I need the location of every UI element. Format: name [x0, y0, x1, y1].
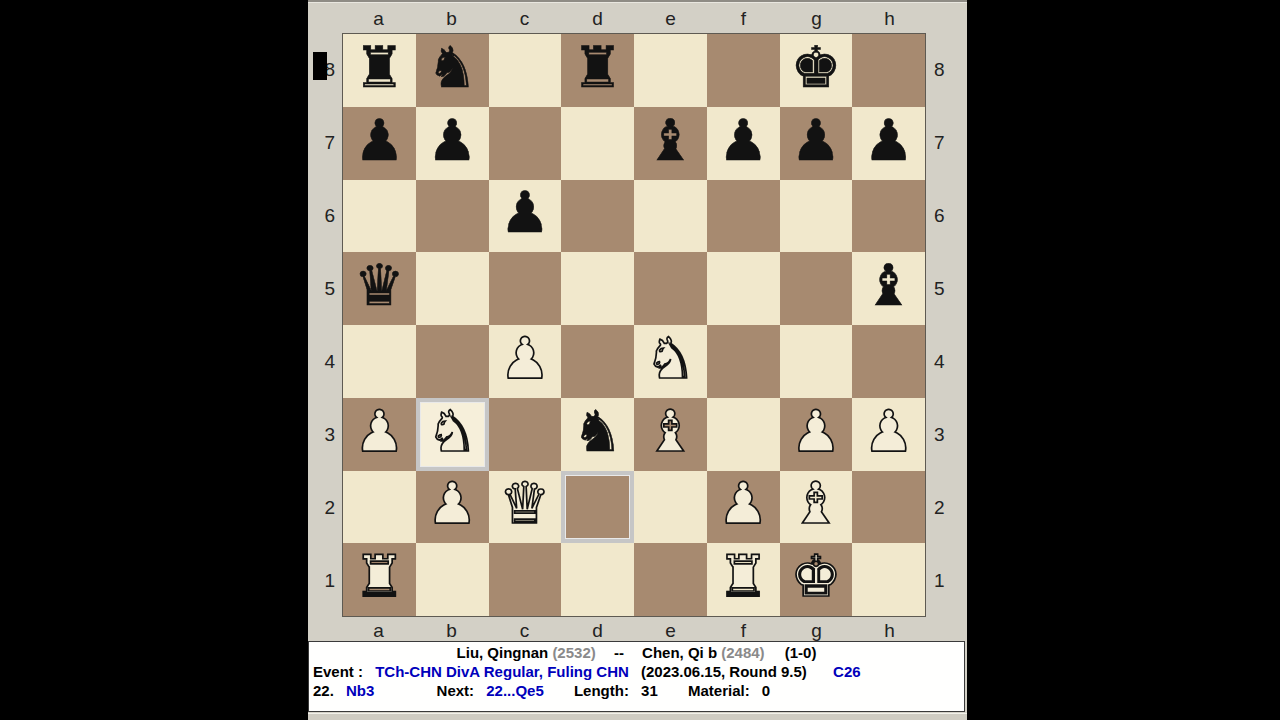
- game-result: (1-0): [785, 644, 817, 661]
- rank-label-3: 3: [928, 398, 962, 471]
- next-label: Next:: [437, 682, 475, 699]
- square-c2[interactable]: ♛: [489, 471, 562, 544]
- black-bishop-h5: ♝: [863, 257, 914, 314]
- file-labels-bottom: abcdefgh: [342, 620, 926, 642]
- square-f7[interactable]: ♟: [707, 107, 780, 180]
- material-value: 0: [762, 682, 770, 699]
- square-d5[interactable]: [561, 252, 634, 325]
- square-g2[interactable]: ♝: [780, 471, 853, 544]
- square-g8[interactable]: ♚: [780, 34, 853, 107]
- square-b4[interactable]: [416, 325, 489, 398]
- file-label-d: d: [561, 620, 634, 642]
- white-pawn-a3: ♟: [354, 403, 405, 460]
- square-h7[interactable]: ♟: [852, 107, 925, 180]
- square-e8[interactable]: [634, 34, 707, 107]
- white-pawn-h3: ♟: [863, 403, 914, 460]
- lower-panel-edge: [308, 713, 967, 720]
- file-label-d: d: [561, 8, 634, 30]
- rank-label-3: 3: [308, 398, 340, 471]
- white-pawn-b2: ♟: [427, 475, 478, 532]
- white-queen-c2: ♛: [499, 475, 550, 532]
- square-f1[interactable]: ♜: [707, 543, 780, 616]
- square-a8[interactable]: ♜: [343, 34, 416, 107]
- square-c7[interactable]: [489, 107, 562, 180]
- material-label: Material:: [688, 682, 750, 699]
- square-h4[interactable]: [852, 325, 925, 398]
- file-label-b: b: [415, 620, 488, 642]
- square-h2[interactable]: [852, 471, 925, 544]
- white-pawn-c4: ♟: [499, 330, 550, 387]
- black-elo: (2484): [721, 644, 764, 661]
- letterbox-right: [967, 0, 1280, 720]
- file-label-e: e: [634, 8, 707, 30]
- rank-label-5: 5: [928, 252, 962, 325]
- eco-code-link[interactable]: C26: [833, 663, 861, 680]
- square-b3[interactable]: ♞: [416, 398, 489, 471]
- rank-labels-left: 87654321: [308, 33, 340, 617]
- square-g1[interactable]: ♚: [780, 543, 853, 616]
- file-labels-top: abcdefgh: [342, 8, 926, 30]
- square-f4[interactable]: [707, 325, 780, 398]
- video-frame: abcdefgh 87654321 87654321 abcdefgh ♜♞♜♚…: [0, 0, 1280, 720]
- file-label-c: c: [488, 620, 561, 642]
- file-label-h: h: [853, 8, 926, 30]
- moves-line: 22. Nb3 Next: 22...Qe5 Length: 31 Materi…: [313, 681, 960, 700]
- current-move-link[interactable]: Nb3: [346, 682, 374, 699]
- square-c6[interactable]: ♟: [489, 180, 562, 253]
- event-date: (2023.06.15, Round 9.5): [641, 663, 807, 680]
- square-h3[interactable]: ♟: [852, 398, 925, 471]
- white-pawn-g3: ♟: [790, 403, 841, 460]
- square-d4[interactable]: [561, 325, 634, 398]
- square-e6[interactable]: [634, 180, 707, 253]
- square-c4[interactable]: ♟: [489, 325, 562, 398]
- square-a5[interactable]: ♛: [343, 252, 416, 325]
- square-d8[interactable]: ♜: [561, 34, 634, 107]
- black-rook-d8: ♜: [572, 39, 623, 96]
- square-f5[interactable]: [707, 252, 780, 325]
- black-bishop-e7: ♝: [645, 112, 696, 169]
- white-knight-b3: ♞: [427, 403, 478, 460]
- rank-label-4: 4: [928, 325, 962, 398]
- file-label-g: g: [780, 620, 853, 642]
- black-pawn-c6: ♟: [499, 184, 550, 241]
- black-queen-a5: ♛: [354, 257, 405, 314]
- file-label-g: g: [780, 8, 853, 30]
- event-name-link[interactable]: TCh-CHN DivA Regular, Fuling CHN: [375, 663, 629, 680]
- white-player-name: Liu, Qingnan: [457, 644, 549, 661]
- square-e1[interactable]: [634, 543, 707, 616]
- square-d3[interactable]: ♞: [561, 398, 634, 471]
- square-e3[interactable]: ♝: [634, 398, 707, 471]
- black-player-name: Chen, Qi b: [642, 644, 717, 661]
- square-c1[interactable]: [489, 543, 562, 616]
- black-pawn-a7: ♟: [354, 112, 405, 169]
- square-f8[interactable]: [707, 34, 780, 107]
- rank-label-5: 5: [308, 252, 340, 325]
- square-g5[interactable]: [780, 252, 853, 325]
- square-h5[interactable]: ♝: [852, 252, 925, 325]
- length-label: Length:: [574, 682, 629, 699]
- letterbox-left: [0, 0, 308, 720]
- white-bishop-g2: ♝: [790, 475, 841, 532]
- square-b1[interactable]: [416, 543, 489, 616]
- square-g4[interactable]: [780, 325, 853, 398]
- file-label-e: e: [634, 620, 707, 642]
- length-value: 31: [641, 682, 658, 699]
- rank-label-2: 2: [308, 471, 340, 544]
- rank-label-4: 4: [308, 325, 340, 398]
- square-f3[interactable]: [707, 398, 780, 471]
- square-a2[interactable]: [343, 471, 416, 544]
- square-f2[interactable]: ♟: [707, 471, 780, 544]
- white-rook-f1: ♜: [718, 548, 769, 605]
- square-b8[interactable]: ♞: [416, 34, 489, 107]
- players-line: Liu, Qingnan (2532) -- Chen, Qi b (2484)…: [313, 643, 960, 662]
- square-c3[interactable]: [489, 398, 562, 471]
- rank-label-1: 1: [928, 544, 962, 617]
- white-rook-a1: ♜: [354, 548, 405, 605]
- event-label: Event :: [313, 663, 363, 680]
- square-b2[interactable]: ♟: [416, 471, 489, 544]
- square-h6[interactable]: [852, 180, 925, 253]
- white-elo: (2532): [552, 644, 595, 661]
- square-g3[interactable]: ♟: [780, 398, 853, 471]
- white-bishop-e3: ♝: [645, 403, 696, 460]
- black-pawn-h7: ♟: [863, 112, 914, 169]
- file-label-h: h: [853, 620, 926, 642]
- game-info-panel: Liu, Qingnan (2532) -- Chen, Qi b (2484)…: [308, 641, 965, 712]
- square-c5[interactable]: [489, 252, 562, 325]
- window-top-edge: [308, 0, 967, 3]
- square-a7[interactable]: ♟: [343, 107, 416, 180]
- file-label-b: b: [415, 8, 488, 30]
- square-a3[interactable]: ♟: [343, 398, 416, 471]
- chess-app-window: abcdefgh 87654321 87654321 abcdefgh ♜♞♜♚…: [308, 0, 967, 720]
- square-e5[interactable]: [634, 252, 707, 325]
- file-label-a: a: [342, 620, 415, 642]
- move-number: 22.: [313, 682, 334, 699]
- black-pawn-b7: ♟: [427, 112, 478, 169]
- file-label-f: f: [707, 620, 780, 642]
- square-a1[interactable]: ♜: [343, 543, 416, 616]
- black-pawn-f7: ♟: [718, 112, 769, 169]
- rank-label-1: 1: [308, 544, 340, 617]
- file-label-f: f: [707, 8, 780, 30]
- white-pawn-f2: ♟: [718, 475, 769, 532]
- square-a4[interactable]: [343, 325, 416, 398]
- square-f6[interactable]: [707, 180, 780, 253]
- square-a6[interactable]: [343, 180, 416, 253]
- rank-label-7: 7: [928, 106, 962, 179]
- rank-label-7: 7: [308, 106, 340, 179]
- square-d7[interactable]: [561, 107, 634, 180]
- rank-label-6: 6: [928, 179, 962, 252]
- black-rook-a8: ♜: [354, 39, 405, 96]
- black-pawn-g7: ♟: [790, 112, 841, 169]
- square-h8[interactable]: [852, 34, 925, 107]
- square-e2[interactable]: [634, 471, 707, 544]
- square-b7[interactable]: ♟: [416, 107, 489, 180]
- black-knight-b8: ♞: [427, 39, 478, 96]
- event-line: Event : TCh-CHN DivA Regular, Fuling CHN…: [313, 662, 960, 681]
- square-b6[interactable]: [416, 180, 489, 253]
- chess-board: ♜♞♜♚♟♟♝♟♟♟♟♛♝♟♞♟♞♞♝♟♟♟♛♟♝♜♜♚: [342, 33, 926, 617]
- square-g7[interactable]: ♟: [780, 107, 853, 180]
- white-knight-e4: ♞: [645, 330, 696, 387]
- file-label-a: a: [342, 8, 415, 30]
- rank-labels-right: 87654321: [928, 33, 962, 617]
- square-d1[interactable]: [561, 543, 634, 616]
- black-king-g8: ♚: [790, 39, 841, 96]
- rank-label-8: 8: [928, 33, 962, 106]
- next-move-link[interactable]: 22...Qe5: [486, 682, 544, 699]
- players-separator: --: [614, 644, 624, 661]
- square-g6[interactable]: [780, 180, 853, 253]
- square-e4[interactable]: ♞: [634, 325, 707, 398]
- square-c8[interactable]: [489, 34, 562, 107]
- square-d2[interactable]: [561, 471, 634, 544]
- rank-label-2: 2: [928, 471, 962, 544]
- square-h1[interactable]: [852, 543, 925, 616]
- side-to-move-indicator: [313, 52, 327, 80]
- square-b5[interactable]: [416, 252, 489, 325]
- rank-label-6: 6: [308, 179, 340, 252]
- white-king-g1: ♚: [790, 548, 841, 605]
- black-knight-d3: ♞: [572, 403, 623, 460]
- square-e7[interactable]: ♝: [634, 107, 707, 180]
- file-label-c: c: [488, 8, 561, 30]
- square-d6[interactable]: [561, 180, 634, 253]
